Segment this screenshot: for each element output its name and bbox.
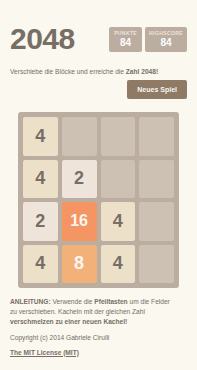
score-label: HIGHSCORE xyxy=(149,30,183,36)
board-cell xyxy=(139,245,174,284)
intro-text-goal: Zahl 2048! xyxy=(126,68,158,75)
instructions-label: ANLEITUNG: xyxy=(10,298,51,305)
board-cell: 4 xyxy=(23,160,58,199)
board-cell: 4 xyxy=(101,202,136,241)
score-value: 84 xyxy=(149,37,183,48)
score-box-highscore: HIGHSCORE 84 xyxy=(145,27,187,52)
board-cell: 4 xyxy=(23,245,58,284)
score-label: PUNKTE xyxy=(113,30,138,36)
score-box-punkte: PUNKTE 84 xyxy=(109,27,142,52)
board-cell xyxy=(101,160,136,199)
instructions: ANLEITUNG: Verwende die Pfeiltasten um d… xyxy=(10,297,177,328)
board-cell xyxy=(62,117,97,156)
board-cell xyxy=(139,160,174,199)
board-cell: 8 xyxy=(62,245,97,284)
game-board[interactable]: 4 4 2 2 16 4 4 8 4 xyxy=(18,112,179,288)
button-row: Neues Spiel xyxy=(10,80,187,99)
instructions-part1: Verwende die xyxy=(51,298,95,305)
score-value: 84 xyxy=(113,37,138,48)
board-cell xyxy=(139,202,174,241)
board-cell: 4 xyxy=(23,117,58,156)
instructions-bold-arrows: Pfeiltasten xyxy=(94,298,127,305)
page: 2048 PUNKTE 84 HIGHSCORE 84 Verschiebe d… xyxy=(0,0,197,359)
board-cell: 4 xyxy=(101,245,136,284)
board-cell: 2 xyxy=(23,202,58,241)
board-cell: 16 xyxy=(62,202,97,241)
instructions-bold-merge: verschmelzen zu einer neuen Kachel! xyxy=(10,318,127,325)
scoreboard: PUNKTE 84 HIGHSCORE 84 xyxy=(109,27,187,52)
license-link[interactable]: The MIT License (MIT) xyxy=(10,349,79,356)
new-game-button[interactable]: Neues Spiel xyxy=(127,80,187,99)
board-cell: 2 xyxy=(62,160,97,199)
page-title: 2048 xyxy=(10,24,75,54)
board-cell xyxy=(101,117,136,156)
intro-text: Verschiebe die Blöcke und erreiche die Z… xyxy=(10,68,187,75)
intro-text-regular: Verschiebe die Blöcke und erreiche die xyxy=(10,68,126,75)
header: 2048 PUNKTE 84 HIGHSCORE 84 xyxy=(10,24,187,54)
board-cell xyxy=(139,117,174,156)
copyright: Copyright (c) 2014 Gabriele Cirulli xyxy=(10,334,187,341)
